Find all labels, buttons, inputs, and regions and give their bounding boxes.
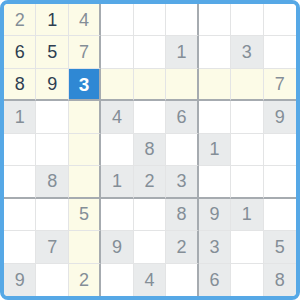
cell-r9c3[interactable]: 2 [69, 264, 101, 296]
cell-r1c2[interactable]: 1 [36, 4, 68, 36]
cell-r4c3[interactable] [69, 101, 101, 133]
cell-r4c8[interactable] [231, 101, 263, 133]
cell-r2c1[interactable]: 6 [4, 36, 36, 68]
cell-r4c4[interactable]: 4 [101, 101, 133, 133]
cell-r9c7[interactable]: 6 [199, 264, 231, 296]
user-digit: 8 [15, 75, 25, 93]
given-digit: 9 [209, 205, 219, 223]
user-digit: 9 [47, 75, 57, 93]
cell-r1c3[interactable]: 4 [69, 4, 101, 36]
cell-r2c5[interactable] [134, 36, 166, 68]
cell-r9c5[interactable]: 4 [134, 264, 166, 296]
cell-r3c1[interactable]: 8 [4, 69, 36, 101]
cell-r2c8[interactable]: 3 [231, 36, 263, 68]
cell-r7c2[interactable] [36, 199, 68, 231]
cell-r2c3[interactable]: 7 [69, 36, 101, 68]
given-digit: 1 [112, 172, 122, 190]
cell-r1c7[interactable] [199, 4, 231, 36]
cell-r3c8[interactable] [231, 69, 263, 101]
cell-r8c9[interactable]: 5 [264, 231, 296, 263]
given-digit: 1 [176, 43, 186, 61]
cell-r3c6[interactable] [166, 69, 198, 101]
cell-r8c1[interactable] [4, 231, 36, 263]
sudoku-board: 214657138937146981812358917923592468 [0, 0, 300, 300]
cell-r6c1[interactable] [4, 166, 36, 198]
cell-r9c2[interactable] [36, 264, 68, 296]
selected-digit: 3 [79, 75, 90, 94]
given-digit: 9 [15, 271, 25, 289]
given-digit: 2 [15, 11, 25, 29]
given-digit: 1 [209, 140, 219, 158]
cell-r6c6[interactable]: 3 [166, 166, 198, 198]
given-digit: 7 [47, 238, 57, 256]
given-digit: 4 [144, 271, 154, 289]
cell-r6c3[interactable] [69, 166, 101, 198]
cell-r5c5[interactable]: 8 [134, 134, 166, 166]
cell-r2c6[interactable]: 1 [166, 36, 198, 68]
cell-r1c1[interactable]: 2 [4, 4, 36, 36]
user-digit: 1 [47, 11, 57, 29]
cell-r9c8[interactable] [231, 264, 263, 296]
cell-r5c9[interactable] [264, 134, 296, 166]
cell-r1c5[interactable] [134, 4, 166, 36]
cell-r8c7[interactable]: 3 [199, 231, 231, 263]
given-digit: 8 [176, 205, 186, 223]
cell-r4c9[interactable]: 9 [264, 101, 296, 133]
given-digit: 9 [275, 108, 285, 126]
given-digit: 3 [242, 43, 252, 61]
cell-r8c8[interactable] [231, 231, 263, 263]
given-digit: 5 [275, 238, 285, 256]
cell-r7c5[interactable] [134, 199, 166, 231]
user-digit: 6 [15, 43, 25, 61]
cell-r9c1[interactable]: 9 [4, 264, 36, 296]
cell-r7c4[interactable] [101, 199, 133, 231]
cell-r8c5[interactable] [134, 231, 166, 263]
cell-r6c8[interactable] [231, 166, 263, 198]
cell-r5c7[interactable]: 1 [199, 134, 231, 166]
cell-r4c7[interactable] [199, 101, 231, 133]
cell-r6c2[interactable]: 8 [36, 166, 68, 198]
cell-r6c7[interactable] [199, 166, 231, 198]
cell-r5c8[interactable] [231, 134, 263, 166]
cell-r7c3[interactable]: 5 [69, 199, 101, 231]
given-digit: 6 [176, 108, 186, 126]
cell-r1c9[interactable] [264, 4, 296, 36]
cell-r8c4[interactable]: 9 [101, 231, 133, 263]
cell-r3c3[interactable]: 3 [69, 69, 101, 101]
given-digit: 1 [242, 205, 252, 223]
cell-r4c5[interactable] [134, 101, 166, 133]
cell-r9c4[interactable] [101, 264, 133, 296]
given-digit: 4 [79, 11, 89, 29]
given-digit: 1 [15, 108, 25, 126]
cell-r6c5[interactable]: 2 [134, 166, 166, 198]
cell-r1c6[interactable] [166, 4, 198, 36]
given-digit: 2 [144, 172, 154, 190]
cell-r2c7[interactable] [199, 36, 231, 68]
cell-r5c4[interactable] [101, 134, 133, 166]
cell-r6c4[interactable]: 1 [101, 166, 133, 198]
given-digit: 3 [176, 172, 186, 190]
cell-r8c2[interactable]: 7 [36, 231, 68, 263]
cell-r4c2[interactable] [36, 101, 68, 133]
given-digit: 9 [112, 238, 122, 256]
given-digit: 2 [176, 238, 186, 256]
given-digit: 5 [79, 205, 89, 223]
given-digit: 7 [79, 43, 89, 61]
given-digit: 7 [275, 75, 285, 93]
cell-r3c4[interactable] [101, 69, 133, 101]
given-digit: 2 [79, 271, 89, 289]
cell-r6c9[interactable] [264, 166, 296, 198]
cell-r9c6[interactable] [166, 264, 198, 296]
given-digit: 8 [144, 140, 154, 158]
cell-r2c9[interactable] [264, 36, 296, 68]
cell-r7c8[interactable]: 1 [231, 199, 263, 231]
given-digit: 8 [275, 271, 285, 289]
cell-r7c1[interactable] [4, 199, 36, 231]
cell-r1c8[interactable] [231, 4, 263, 36]
cell-r8c3[interactable] [69, 231, 101, 263]
user-digit: 5 [47, 43, 57, 61]
cell-r7c7[interactable]: 9 [199, 199, 231, 231]
cell-r4c1[interactable]: 1 [4, 101, 36, 133]
given-digit: 6 [209, 271, 219, 289]
cell-r7c9[interactable] [264, 199, 296, 231]
cell-r3c7[interactable] [199, 69, 231, 101]
cell-r2c2[interactable]: 5 [36, 36, 68, 68]
given-digit: 3 [209, 238, 219, 256]
cell-r9c9[interactable]: 8 [264, 264, 296, 296]
cell-r5c2[interactable] [36, 134, 68, 166]
cell-r5c3[interactable] [69, 134, 101, 166]
cell-r5c1[interactable] [4, 134, 36, 166]
cell-r4c6[interactable]: 6 [166, 101, 198, 133]
given-digit: 4 [112, 108, 122, 126]
cell-r8c6[interactable]: 2 [166, 231, 198, 263]
cell-r1c4[interactable] [101, 4, 133, 36]
given-digit: 8 [47, 172, 57, 190]
cell-r3c5[interactable] [134, 69, 166, 101]
cell-r3c2[interactable]: 9 [36, 69, 68, 101]
cell-r2c4[interactable] [101, 36, 133, 68]
cell-r7c6[interactable]: 8 [166, 199, 198, 231]
cell-r3c9[interactable]: 7 [264, 69, 296, 101]
cell-r5c6[interactable] [166, 134, 198, 166]
